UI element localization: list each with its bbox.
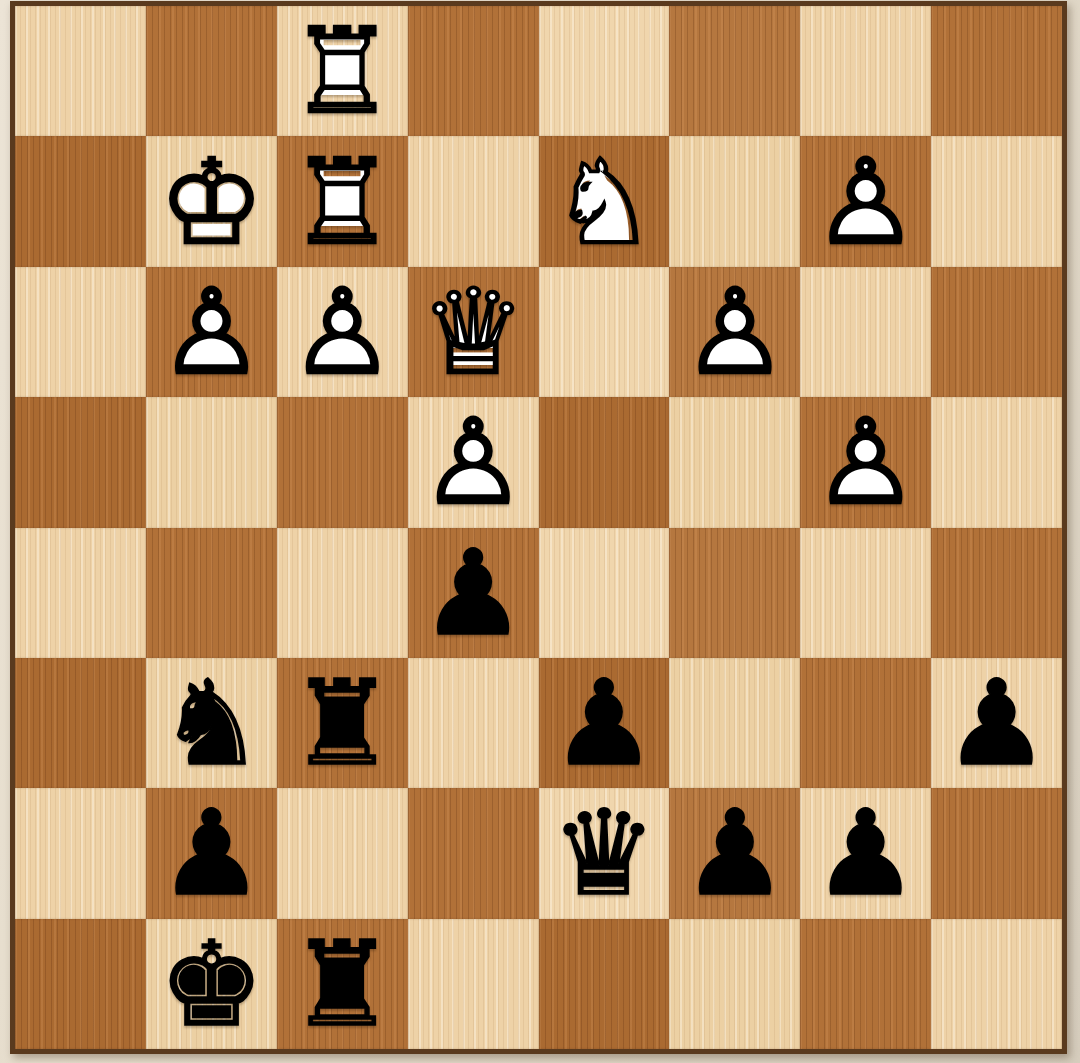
- square-f6[interactable]: ♟♙: [669, 267, 800, 397]
- piece-white-pawn[interactable]: ♟♙: [408, 397, 539, 527]
- square-a6[interactable]: [15, 267, 146, 397]
- piece-white-rook[interactable]: ♜♖: [277, 6, 408, 136]
- piece-glyph-outline: ♖: [277, 136, 408, 266]
- square-e7[interactable]: ♞♘: [539, 136, 670, 266]
- square-a4[interactable]: [15, 528, 146, 658]
- square-a8[interactable]: [15, 6, 146, 136]
- square-h5[interactable]: [931, 397, 1062, 527]
- piece-glyph-solid: ♜: [277, 658, 408, 788]
- piece-glyph-outline: ♙: [408, 397, 539, 527]
- square-h6[interactable]: [931, 267, 1062, 397]
- square-d2[interactable]: [408, 788, 539, 918]
- square-g1[interactable]: [800, 919, 931, 1049]
- square-b7[interactable]: ♚♔: [146, 136, 277, 266]
- square-d8[interactable]: [408, 6, 539, 136]
- square-h7[interactable]: [931, 136, 1062, 266]
- square-f4[interactable]: [669, 528, 800, 658]
- piece-glyph-outline: ♙: [146, 267, 277, 397]
- square-c2[interactable]: [277, 788, 408, 918]
- square-b3[interactable]: ♞: [146, 658, 277, 788]
- square-e4[interactable]: [539, 528, 670, 658]
- piece-glyph-solid: ♜: [277, 919, 408, 1049]
- square-g3[interactable]: [800, 658, 931, 788]
- piece-black-pawn[interactable]: ♟: [800, 788, 931, 918]
- piece-glyph-solid: ♟: [539, 658, 670, 788]
- chess-board: ♜♖♚♔♜♖♞♘♟♙♟♙♟♙♛♕♟♙♟♙♟♙♟♞♜♟♟♟♛♟♟♚♜: [15, 6, 1062, 1049]
- square-h2[interactable]: [931, 788, 1062, 918]
- piece-glyph-solid: ♚: [146, 919, 277, 1049]
- square-h8[interactable]: [931, 6, 1062, 136]
- square-d3[interactable]: [408, 658, 539, 788]
- piece-glyph-solid: ♞: [146, 658, 277, 788]
- square-a2[interactable]: [15, 788, 146, 918]
- piece-glyph-outline: ♖: [277, 6, 408, 136]
- square-c4[interactable]: [277, 528, 408, 658]
- piece-white-pawn[interactable]: ♟♙: [669, 267, 800, 397]
- piece-glyph-outline: ♙: [277, 267, 408, 397]
- piece-white-pawn[interactable]: ♟♙: [277, 267, 408, 397]
- square-c3[interactable]: ♜: [277, 658, 408, 788]
- piece-black-rook[interactable]: ♜: [277, 658, 408, 788]
- square-d1[interactable]: [408, 919, 539, 1049]
- piece-white-rook[interactable]: ♜♖: [277, 136, 408, 266]
- piece-white-queen[interactable]: ♛♕: [408, 267, 539, 397]
- square-h3[interactable]: ♟: [931, 658, 1062, 788]
- square-e1[interactable]: [539, 919, 670, 1049]
- piece-black-rook[interactable]: ♜: [277, 919, 408, 1049]
- square-e3[interactable]: ♟: [539, 658, 670, 788]
- square-b5[interactable]: [146, 397, 277, 527]
- square-b8[interactable]: [146, 6, 277, 136]
- piece-white-king[interactable]: ♚♔: [146, 136, 277, 266]
- square-c7[interactable]: ♜♖: [277, 136, 408, 266]
- square-g5[interactable]: ♟♙: [800, 397, 931, 527]
- square-g2[interactable]: ♟: [800, 788, 931, 918]
- piece-black-pawn[interactable]: ♟: [539, 658, 670, 788]
- piece-white-pawn[interactable]: ♟♙: [800, 397, 931, 527]
- piece-glyph-solid: ♟: [800, 788, 931, 918]
- square-b4[interactable]: [146, 528, 277, 658]
- square-e6[interactable]: [539, 267, 670, 397]
- square-d6[interactable]: ♛♕: [408, 267, 539, 397]
- piece-glyph-outline: ♙: [800, 397, 931, 527]
- square-f7[interactable]: [669, 136, 800, 266]
- square-a5[interactable]: [15, 397, 146, 527]
- square-g8[interactable]: [800, 6, 931, 136]
- piece-glyph-solid: ♟: [669, 788, 800, 918]
- square-c5[interactable]: [277, 397, 408, 527]
- square-b1[interactable]: ♚: [146, 919, 277, 1049]
- square-e2[interactable]: ♛: [539, 788, 670, 918]
- piece-white-pawn[interactable]: ♟♙: [800, 136, 931, 266]
- piece-black-king[interactable]: ♚: [146, 919, 277, 1049]
- piece-glyph-solid: ♟: [146, 788, 277, 918]
- piece-glyph-outline: ♕: [408, 267, 539, 397]
- square-b2[interactable]: ♟: [146, 788, 277, 918]
- piece-glyph-solid: ♟: [931, 658, 1062, 788]
- piece-white-knight[interactable]: ♞♘: [539, 136, 670, 266]
- square-f5[interactable]: [669, 397, 800, 527]
- square-e5[interactable]: [539, 397, 670, 527]
- piece-black-queen[interactable]: ♛: [539, 788, 670, 918]
- square-c8[interactable]: ♜♖: [277, 6, 408, 136]
- square-f2[interactable]: ♟: [669, 788, 800, 918]
- square-a7[interactable]: [15, 136, 146, 266]
- square-f1[interactable]: [669, 919, 800, 1049]
- square-b6[interactable]: ♟♙: [146, 267, 277, 397]
- square-g4[interactable]: [800, 528, 931, 658]
- piece-glyph-solid: ♛: [539, 788, 670, 918]
- piece-black-pawn[interactable]: ♟: [669, 788, 800, 918]
- square-d5[interactable]: ♟♙: [408, 397, 539, 527]
- square-c1[interactable]: ♜: [277, 919, 408, 1049]
- piece-black-pawn[interactable]: ♟: [931, 658, 1062, 788]
- square-g6[interactable]: [800, 267, 931, 397]
- square-h4[interactable]: [931, 528, 1062, 658]
- square-e8[interactable]: [539, 6, 670, 136]
- piece-white-pawn[interactable]: ♟♙: [146, 267, 277, 397]
- chess-board-frame: ♜♖♚♔♜♖♞♘♟♙♟♙♟♙♛♕♟♙♟♙♟♙♟♞♜♟♟♟♛♟♟♚♜: [10, 1, 1067, 1054]
- square-a1[interactable]: [15, 919, 146, 1049]
- square-f8[interactable]: [669, 6, 800, 136]
- piece-black-pawn[interactable]: ♟: [146, 788, 277, 918]
- piece-glyph-outline: ♘: [539, 136, 670, 266]
- piece-glyph-outline: ♙: [800, 136, 931, 266]
- square-c6[interactable]: ♟♙: [277, 267, 408, 397]
- square-h1[interactable]: [931, 919, 1062, 1049]
- piece-black-knight[interactable]: ♞: [146, 658, 277, 788]
- piece-black-pawn[interactable]: ♟: [408, 528, 539, 658]
- square-d4[interactable]: ♟: [408, 528, 539, 658]
- square-g7[interactable]: ♟♙: [800, 136, 931, 266]
- square-d7[interactable]: [408, 136, 539, 266]
- piece-glyph-outline: ♙: [669, 267, 800, 397]
- piece-glyph-solid: ♟: [408, 528, 539, 658]
- square-f3[interactable]: [669, 658, 800, 788]
- piece-glyph-outline: ♔: [146, 136, 277, 266]
- square-a3[interactable]: [15, 658, 146, 788]
